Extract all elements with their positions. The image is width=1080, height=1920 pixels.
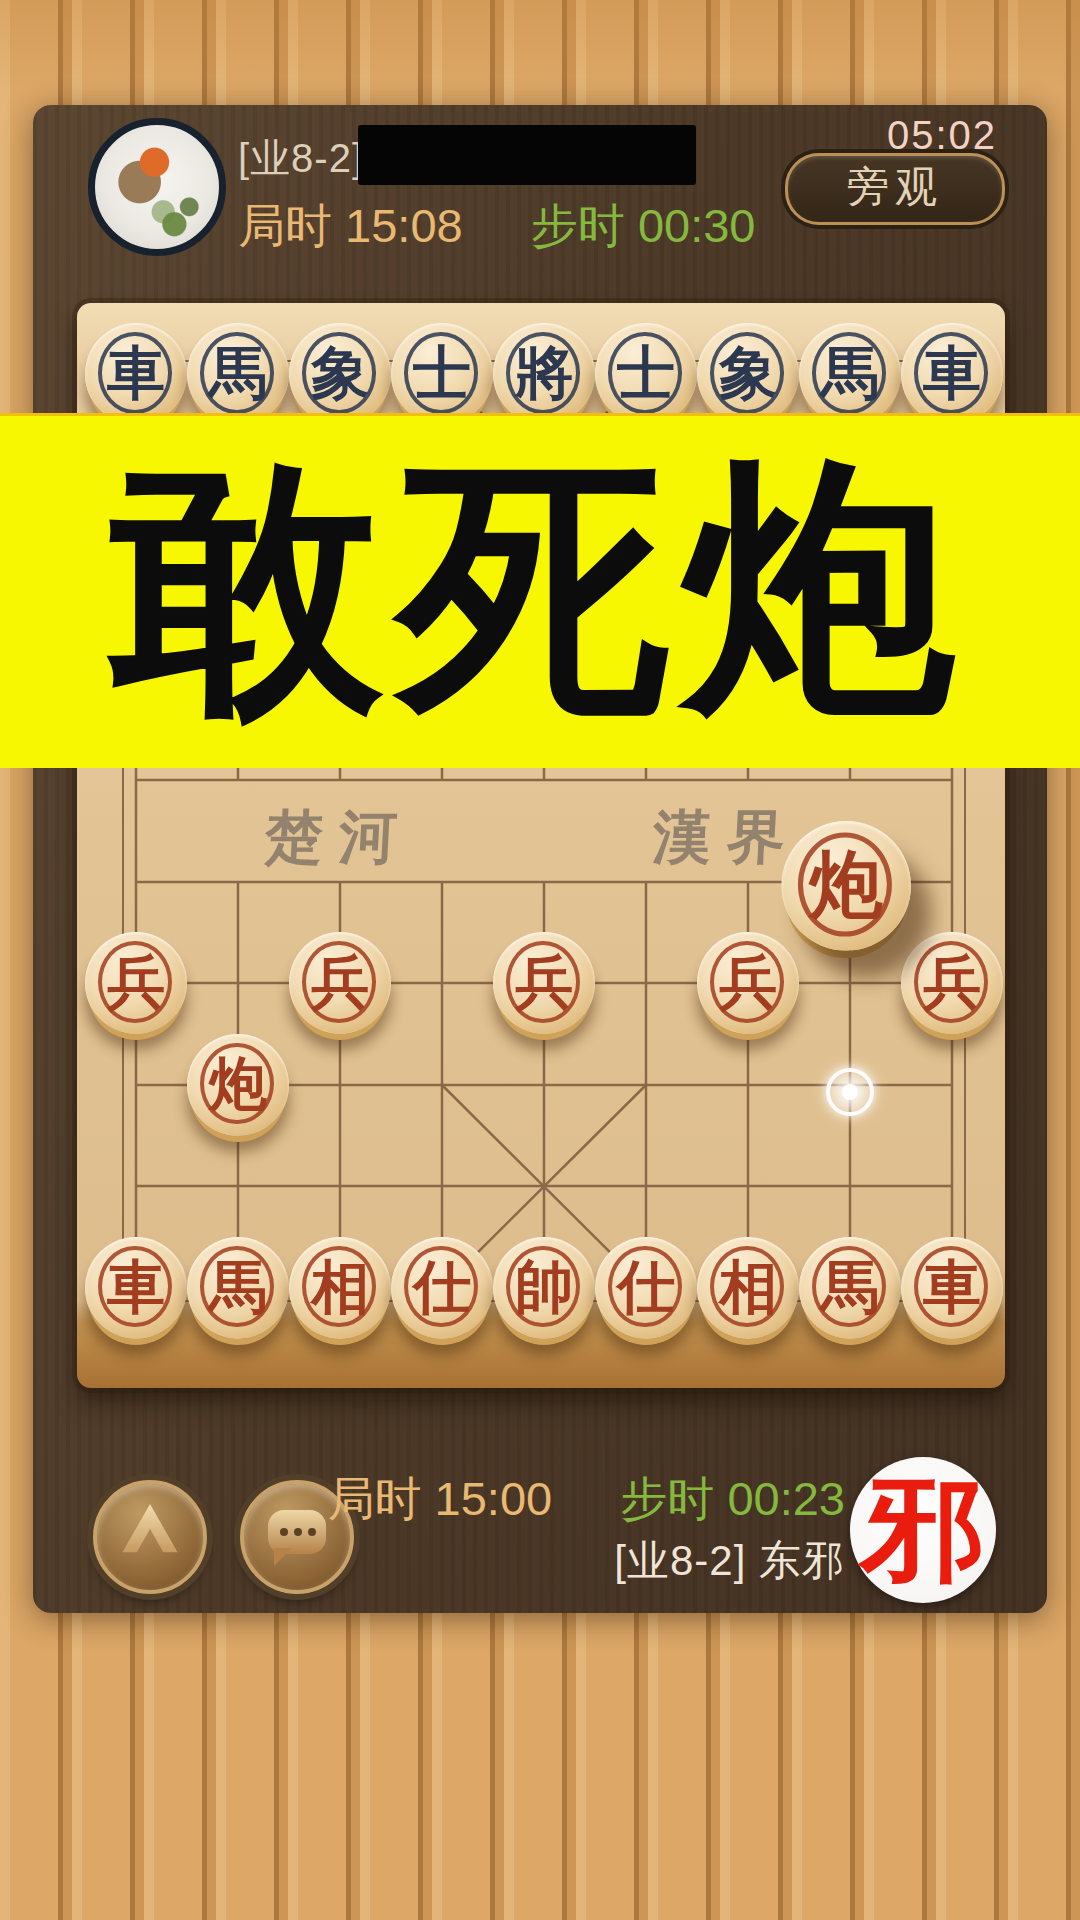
caption-banner: 敢死炮 xyxy=(0,413,1080,768)
piece-black-士[interactable]: 士 xyxy=(391,323,493,425)
stamp-character: 邪 xyxy=(860,1474,985,1586)
bottom-player-avatar[interactable]: 邪 xyxy=(850,1457,996,1603)
piece-red-兵[interactable]: 兵 xyxy=(85,932,187,1034)
spectate-button[interactable]: 旁观 xyxy=(785,153,1005,225)
piece-red-馬[interactable]: 馬 xyxy=(187,1237,289,1339)
piece-black-士[interactable]: 士 xyxy=(595,323,697,425)
piece-black-象[interactable]: 象 xyxy=(289,323,391,425)
chat-bubble-icon xyxy=(268,1510,326,1554)
arrow-up-icon xyxy=(120,1504,180,1566)
piece-black-馬[interactable]: 馬 xyxy=(187,323,289,425)
top-player-avatar[interactable] xyxy=(88,118,226,256)
top-player-name-redaction-bar xyxy=(358,125,696,185)
bottom-move-time-label: 步时 xyxy=(620,1472,714,1525)
top-game-time-value: 15:08 xyxy=(345,199,463,252)
top-player-rank-tag: [业8-2] xyxy=(238,131,364,186)
piece-red-相[interactable]: 相 xyxy=(289,1237,391,1339)
top-move-time-label: 步时 xyxy=(531,199,625,252)
move-origin-marker xyxy=(826,1068,874,1116)
piece-black-車[interactable]: 車 xyxy=(901,323,1003,425)
piece-red-兵[interactable]: 兵 xyxy=(289,932,391,1034)
piece-red-帥[interactable]: 帥 xyxy=(493,1237,595,1339)
bottom-game-time-value: 15:00 xyxy=(435,1472,553,1525)
bottom-game-time-label: 局时 xyxy=(328,1472,422,1525)
piece-red-相[interactable]: 相 xyxy=(697,1237,799,1339)
top-game-time-label: 局时 xyxy=(238,199,332,252)
bottom-move-time-value: 00:23 xyxy=(727,1472,845,1525)
piece-black-車[interactable]: 車 xyxy=(85,323,187,425)
piece-red-仕[interactable]: 仕 xyxy=(595,1237,697,1339)
match-timer: 05:02 xyxy=(887,113,997,158)
piece-black-將[interactable]: 將 xyxy=(493,323,595,425)
piece-black-馬[interactable]: 馬 xyxy=(799,323,901,425)
piece-red-炮[interactable]: 炮 xyxy=(781,821,911,951)
collapse-panel-button[interactable] xyxy=(93,1480,207,1594)
top-player-clocks: 局时 15:08 步时 00:30 xyxy=(238,195,756,258)
piece-red-炮[interactable]: 炮 xyxy=(187,1034,289,1136)
bottom-player-clocks: 局时 15:00 步时 00:23 xyxy=(328,1468,846,1531)
piece-black-象[interactable]: 象 xyxy=(697,323,799,425)
bottom-player-name: [业8-2] 东邪 xyxy=(614,1533,845,1589)
caption-banner-text: 敢死炮 xyxy=(111,455,969,727)
piece-red-仕[interactable]: 仕 xyxy=(391,1237,493,1339)
piece-red-兵[interactable]: 兵 xyxy=(901,932,1003,1034)
piece-red-車[interactable]: 車 xyxy=(85,1237,187,1339)
top-move-time-value: 00:30 xyxy=(638,199,756,252)
piece-red-馬[interactable]: 馬 xyxy=(799,1237,901,1339)
game-window: [业8-2] 局时 15:08 步时 00:30 05:02 旁观 xyxy=(33,105,1047,1613)
piece-red-兵[interactable]: 兵 xyxy=(493,932,595,1034)
piece-red-車[interactable]: 車 xyxy=(901,1237,1003,1339)
